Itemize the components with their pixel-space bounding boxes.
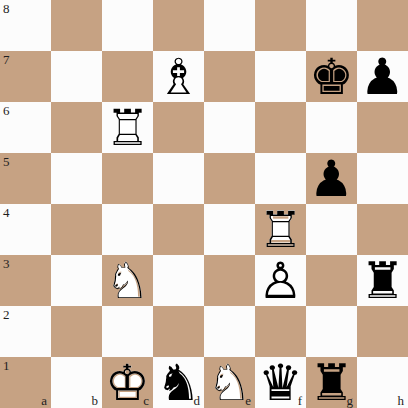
square-g6[interactable]	[306, 102, 357, 153]
square-d2[interactable]	[153, 306, 204, 357]
square-d6[interactable]	[153, 102, 204, 153]
file-label-b: b	[92, 394, 99, 407]
square-a2[interactable]: 2	[0, 306, 51, 357]
piece-white-bishop[interactable]: ♝♗	[153, 51, 204, 102]
file-label-g: g	[347, 394, 354, 407]
square-f1[interactable]: f♛	[255, 357, 306, 408]
square-b2[interactable]	[51, 306, 102, 357]
rank-label-7: 7	[3, 53, 10, 66]
square-a5[interactable]: 5	[0, 153, 51, 204]
square-b6[interactable]	[51, 102, 102, 153]
square-g7[interactable]: ♚	[306, 51, 357, 102]
piece-black-king[interactable]: ♚	[306, 51, 357, 102]
square-f3[interactable]: ♟♙	[255, 255, 306, 306]
square-h5[interactable]	[357, 153, 408, 204]
square-h2[interactable]	[357, 306, 408, 357]
square-e3[interactable]	[204, 255, 255, 306]
square-c5[interactable]	[102, 153, 153, 204]
rank-label-3: 3	[3, 257, 10, 270]
piece-black-pawn[interactable]: ♟	[306, 153, 357, 204]
square-h8[interactable]	[357, 0, 408, 51]
square-d5[interactable]	[153, 153, 204, 204]
file-label-d: d	[194, 394, 201, 407]
square-f5[interactable]	[255, 153, 306, 204]
piece-white-knight[interactable]: ♞♘	[102, 255, 153, 306]
square-a3[interactable]: 3	[0, 255, 51, 306]
square-h6[interactable]	[357, 102, 408, 153]
square-e8[interactable]	[204, 0, 255, 51]
square-c7[interactable]	[102, 51, 153, 102]
square-a1[interactable]: 1a	[0, 357, 51, 408]
square-c6[interactable]: ♜♖	[102, 102, 153, 153]
piece-outline-layer: ♘	[102, 255, 153, 306]
square-e6[interactable]	[204, 102, 255, 153]
square-a8[interactable]: 8	[0, 0, 51, 51]
rank-label-4: 4	[3, 206, 10, 219]
square-b3[interactable]	[51, 255, 102, 306]
chess-board: 87♝♗♚♟6♜♖5♟4♜♖3♞♘♟♙♜21abc♚♔d♞e♞♘f♛g♜h	[0, 0, 408, 408]
square-d3[interactable]	[153, 255, 204, 306]
square-c2[interactable]	[102, 306, 153, 357]
rank-label-1: 1	[3, 359, 10, 372]
file-label-c: c	[143, 394, 149, 407]
file-label-h: h	[398, 394, 405, 407]
square-g8[interactable]	[306, 0, 357, 51]
piece-white-pawn[interactable]: ♟♙	[255, 255, 306, 306]
square-e7[interactable]	[204, 51, 255, 102]
piece-white-rook[interactable]: ♜♖	[102, 102, 153, 153]
square-c8[interactable]	[102, 0, 153, 51]
square-a4[interactable]: 4	[0, 204, 51, 255]
square-d7[interactable]: ♝♗	[153, 51, 204, 102]
rank-label-6: 6	[3, 104, 10, 117]
rank-label-5: 5	[3, 155, 10, 168]
square-h4[interactable]	[357, 204, 408, 255]
square-h3[interactable]: ♜	[357, 255, 408, 306]
rank-label-2: 2	[3, 308, 10, 321]
file-label-e: e	[245, 394, 251, 407]
square-f8[interactable]	[255, 0, 306, 51]
piece-outline-layer: ♙	[255, 255, 306, 306]
square-f7[interactable]	[255, 51, 306, 102]
square-e5[interactable]	[204, 153, 255, 204]
piece-outline-layer: ♖	[102, 102, 153, 153]
file-label-f: f	[298, 394, 302, 407]
square-d4[interactable]	[153, 204, 204, 255]
square-e2[interactable]	[204, 306, 255, 357]
square-g4[interactable]	[306, 204, 357, 255]
piece-outline-layer: ♖	[255, 204, 306, 255]
square-g5[interactable]: ♟	[306, 153, 357, 204]
square-b4[interactable]	[51, 204, 102, 255]
file-label-a: a	[41, 394, 47, 407]
square-f6[interactable]	[255, 102, 306, 153]
square-e4[interactable]	[204, 204, 255, 255]
square-c3[interactable]: ♞♘	[102, 255, 153, 306]
square-b5[interactable]	[51, 153, 102, 204]
piece-outline-layer: ♗	[153, 51, 204, 102]
rank-label-8: 8	[3, 2, 10, 15]
piece-black-rook[interactable]: ♜	[357, 255, 408, 306]
square-d8[interactable]	[153, 0, 204, 51]
square-f2[interactable]	[255, 306, 306, 357]
square-g3[interactable]	[306, 255, 357, 306]
square-a7[interactable]: 7	[0, 51, 51, 102]
square-g1[interactable]: g♜	[306, 357, 357, 408]
square-f4[interactable]: ♜♖	[255, 204, 306, 255]
piece-black-pawn[interactable]: ♟	[357, 51, 408, 102]
square-b1[interactable]: b	[51, 357, 102, 408]
square-b7[interactable]	[51, 51, 102, 102]
square-b8[interactable]	[51, 0, 102, 51]
square-d1[interactable]: d♞	[153, 357, 204, 408]
square-c1[interactable]: c♚♔	[102, 357, 153, 408]
square-g2[interactable]	[306, 306, 357, 357]
square-h1[interactable]: h	[357, 357, 408, 408]
square-h7[interactable]: ♟	[357, 51, 408, 102]
square-e1[interactable]: e♞♘	[204, 357, 255, 408]
piece-white-rook[interactable]: ♜♖	[255, 204, 306, 255]
square-a6[interactable]: 6	[0, 102, 51, 153]
square-c4[interactable]	[102, 204, 153, 255]
